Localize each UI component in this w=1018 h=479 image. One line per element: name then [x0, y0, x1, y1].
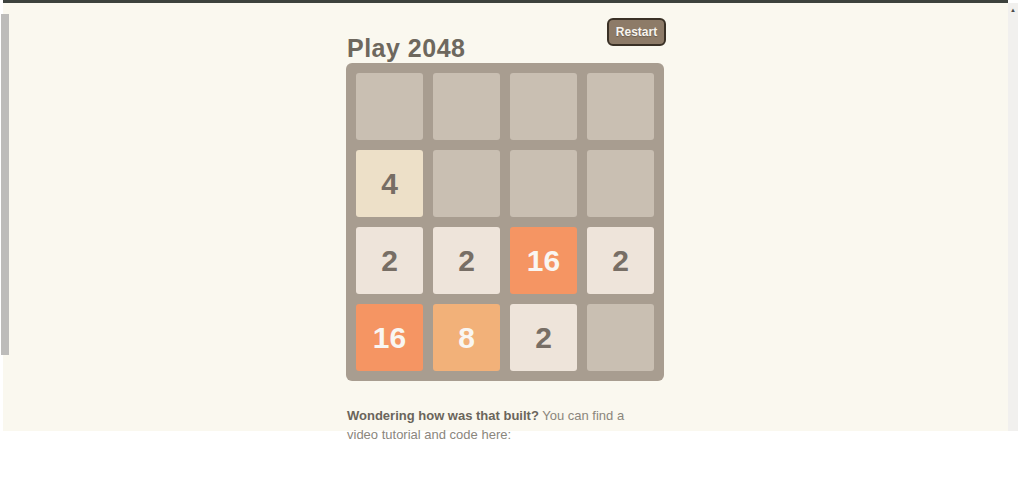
scroll-up-icon: ▲ — [1010, 7, 1016, 13]
scrollbar-thumb[interactable] — [1, 14, 9, 355]
empty-cell — [510, 73, 577, 140]
tile-16: 16 — [510, 227, 577, 294]
tile-16: 16 — [356, 304, 423, 371]
footer-question-bold: Wondering how was that built? — [347, 408, 539, 423]
scrollbar-track[interactable]: ▲ — [1008, 3, 1018, 431]
empty-cell — [587, 73, 654, 140]
page-title: Play 2048 — [347, 34, 547, 63]
empty-cell — [433, 150, 500, 217]
tile-4: 4 — [356, 150, 423, 217]
empty-cell — [433, 73, 500, 140]
empty-cell — [587, 304, 654, 371]
tile-2: 2 — [510, 304, 577, 371]
game-board-2048[interactable]: 4221621682 — [346, 63, 664, 381]
scroll-up-button[interactable]: ▲ — [1008, 3, 1018, 17]
footer-note: Wondering how was that built? You can fi… — [347, 406, 647, 444]
restart-button[interactable]: Restart — [607, 18, 666, 46]
tile-2: 2 — [587, 227, 654, 294]
tile-2: 2 — [433, 227, 500, 294]
empty-cell — [356, 73, 423, 140]
empty-cell — [587, 150, 654, 217]
empty-cell — [510, 150, 577, 217]
tile-8: 8 — [433, 304, 500, 371]
tile-2: 2 — [356, 227, 423, 294]
